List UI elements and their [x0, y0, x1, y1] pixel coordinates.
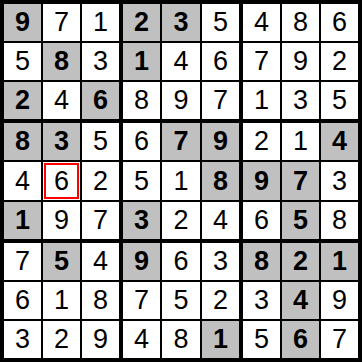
sudoku-cell-r7c7[interactable]: 8 [243, 243, 280, 280]
sudoku-cell-r2c8[interactable]: 9 [282, 43, 319, 80]
sudoku-cell-r5c5[interactable]: 1 [162, 162, 200, 200]
sudoku-cell-r1c3[interactable]: 1 [82, 4, 119, 41]
sudoku-cell-r1c5[interactable]: 3 [162, 4, 200, 41]
sudoku-cell-r5c7[interactable]: 9 [243, 162, 280, 200]
sudoku-cell-r3c2[interactable]: 4 [43, 82, 80, 119]
sudoku-cell-r9c6[interactable]: 1 [202, 321, 239, 358]
sudoku-cell-r7c2[interactable]: 5 [43, 243, 80, 280]
sudoku-cell-r3c8[interactable]: 3 [282, 82, 319, 119]
sudoku-cell-r8c2[interactable]: 1 [43, 282, 80, 319]
sudoku-cell-r9c1[interactable]: 3 [4, 321, 41, 358]
sudoku-cell-r3c6[interactable]: 7 [202, 82, 239, 119]
sudoku-cell-r4c1[interactable]: 8 [4, 123, 41, 160]
sudoku-cell-r6c4[interactable]: 3 [123, 202, 160, 239]
sudoku-cell-r4c2[interactable]: 3 [43, 123, 80, 160]
sudoku-cell-r9c5[interactable]: 8 [162, 321, 200, 358]
sudoku-cell-r3c4[interactable]: 8 [123, 82, 160, 119]
sudoku-cell-r9c2[interactable]: 2 [43, 321, 80, 358]
sudoku-cell-r7c8[interactable]: 2 [282, 243, 319, 280]
sudoku-cell-r8c7[interactable]: 3 [243, 282, 280, 319]
sudoku-cell-r4c9[interactable]: 4 [321, 123, 358, 160]
sudoku-cell-r5c4[interactable]: 5 [123, 162, 160, 200]
sudoku-cell-r5c6[interactable]: 8 [202, 162, 239, 200]
sudoku-cell-r4c5[interactable]: 7 [162, 123, 200, 160]
sudoku-cell-r8c6[interactable]: 2 [202, 282, 239, 319]
sudoku-cell-r6c7[interactable]: 6 [243, 202, 280, 239]
sudoku-cell-r4c7[interactable]: 2 [243, 123, 280, 160]
sudoku-cell-r6c3[interactable]: 7 [82, 202, 119, 239]
sudoku-cell-r1c4[interactable]: 2 [123, 4, 160, 41]
sudoku-cell-r6c2[interactable]: 9 [43, 202, 80, 239]
sudoku-cell-r2c6[interactable]: 6 [202, 43, 239, 80]
sudoku-cell-r9c4[interactable]: 4 [123, 321, 160, 358]
sudoku-cell-r2c7[interactable]: 7 [243, 43, 280, 80]
sudoku-cell-r3c5[interactable]: 9 [162, 82, 200, 119]
sudoku-cell-r6c1[interactable]: 1 [4, 202, 41, 239]
sudoku-cell-r1c7[interactable]: 4 [243, 4, 280, 41]
sudoku-cell-r7c6[interactable]: 3 [202, 243, 239, 280]
sudoku-cell-r2c1[interactable]: 5 [4, 43, 41, 80]
sudoku-cell-r8c9[interactable]: 9 [321, 282, 358, 319]
sudoku-cell-r2c5[interactable]: 4 [162, 43, 200, 80]
sudoku-cell-r3c7[interactable]: 1 [243, 82, 280, 119]
sudoku-cell-r7c5[interactable]: 6 [162, 243, 200, 280]
sudoku-cell-r4c4[interactable]: 6 [123, 123, 160, 160]
sudoku-cell-r7c9[interactable]: 1 [321, 243, 358, 280]
sudoku-cell-r4c8[interactable]: 1 [282, 123, 319, 160]
sudoku-cell-r2c2[interactable]: 8 [43, 43, 80, 80]
sudoku-cell-r8c1[interactable]: 6 [4, 282, 41, 319]
sudoku-cell-r2c9[interactable]: 2 [321, 43, 358, 80]
sudoku-cell-r9c8[interactable]: 6 [282, 321, 319, 358]
sudoku-cell-r7c3[interactable]: 4 [82, 243, 119, 280]
sudoku-cell-r9c9[interactable]: 7 [321, 321, 358, 358]
sudoku-cell-r2c4[interactable]: 1 [123, 43, 160, 80]
sudoku-cell-r3c1[interactable]: 2 [4, 82, 41, 119]
sudoku-cell-r6c8[interactable]: 5 [282, 202, 319, 239]
sudoku-cell-r3c3[interactable]: 6 [82, 82, 119, 119]
sudoku-cell-r8c3[interactable]: 8 [82, 282, 119, 319]
sudoku-cell-r1c1[interactable]: 9 [4, 4, 41, 41]
sudoku-cell-r1c2[interactable]: 7 [43, 4, 80, 41]
sudoku-cell-r6c9[interactable]: 8 [321, 202, 358, 239]
sudoku-cell-r8c5[interactable]: 5 [162, 282, 200, 319]
sudoku-cell-r5c8[interactable]: 7 [282, 162, 319, 200]
sudoku-cell-r7c4[interactable]: 9 [123, 243, 160, 280]
sudoku-board: 9712354865831467922468971358356792144625… [0, 0, 362, 362]
sudoku-cell-r2c3[interactable]: 3 [82, 43, 119, 80]
sudoku-cell-r1c9[interactable]: 6 [321, 4, 358, 41]
sudoku-cell-r5c9[interactable]: 3 [321, 162, 358, 200]
sudoku-cell-r6c5[interactable]: 2 [162, 202, 200, 239]
sudoku-cell-r1c8[interactable]: 8 [282, 4, 319, 41]
sudoku-cell-r5c3[interactable]: 2 [82, 162, 119, 200]
sudoku-cell-r6c6[interactable]: 4 [202, 202, 239, 239]
sudoku-cell-r8c8[interactable]: 4 [282, 282, 319, 319]
sudoku-cell-r7c1[interactable]: 7 [4, 243, 41, 280]
sudoku-cell-r4c6[interactable]: 9 [202, 123, 239, 160]
sudoku-cell-r5c2[interactable]: 6 [43, 162, 80, 200]
sudoku-cell-r5c1[interactable]: 4 [4, 162, 41, 200]
sudoku-cell-r8c4[interactable]: 7 [123, 282, 160, 319]
sudoku-cell-r3c9[interactable]: 5 [321, 82, 358, 119]
sudoku-cell-r4c3[interactable]: 5 [82, 123, 119, 160]
sudoku-cell-r9c3[interactable]: 9 [82, 321, 119, 358]
sudoku-cell-r1c6[interactable]: 5 [202, 4, 239, 41]
sudoku-cell-r9c7[interactable]: 5 [243, 321, 280, 358]
